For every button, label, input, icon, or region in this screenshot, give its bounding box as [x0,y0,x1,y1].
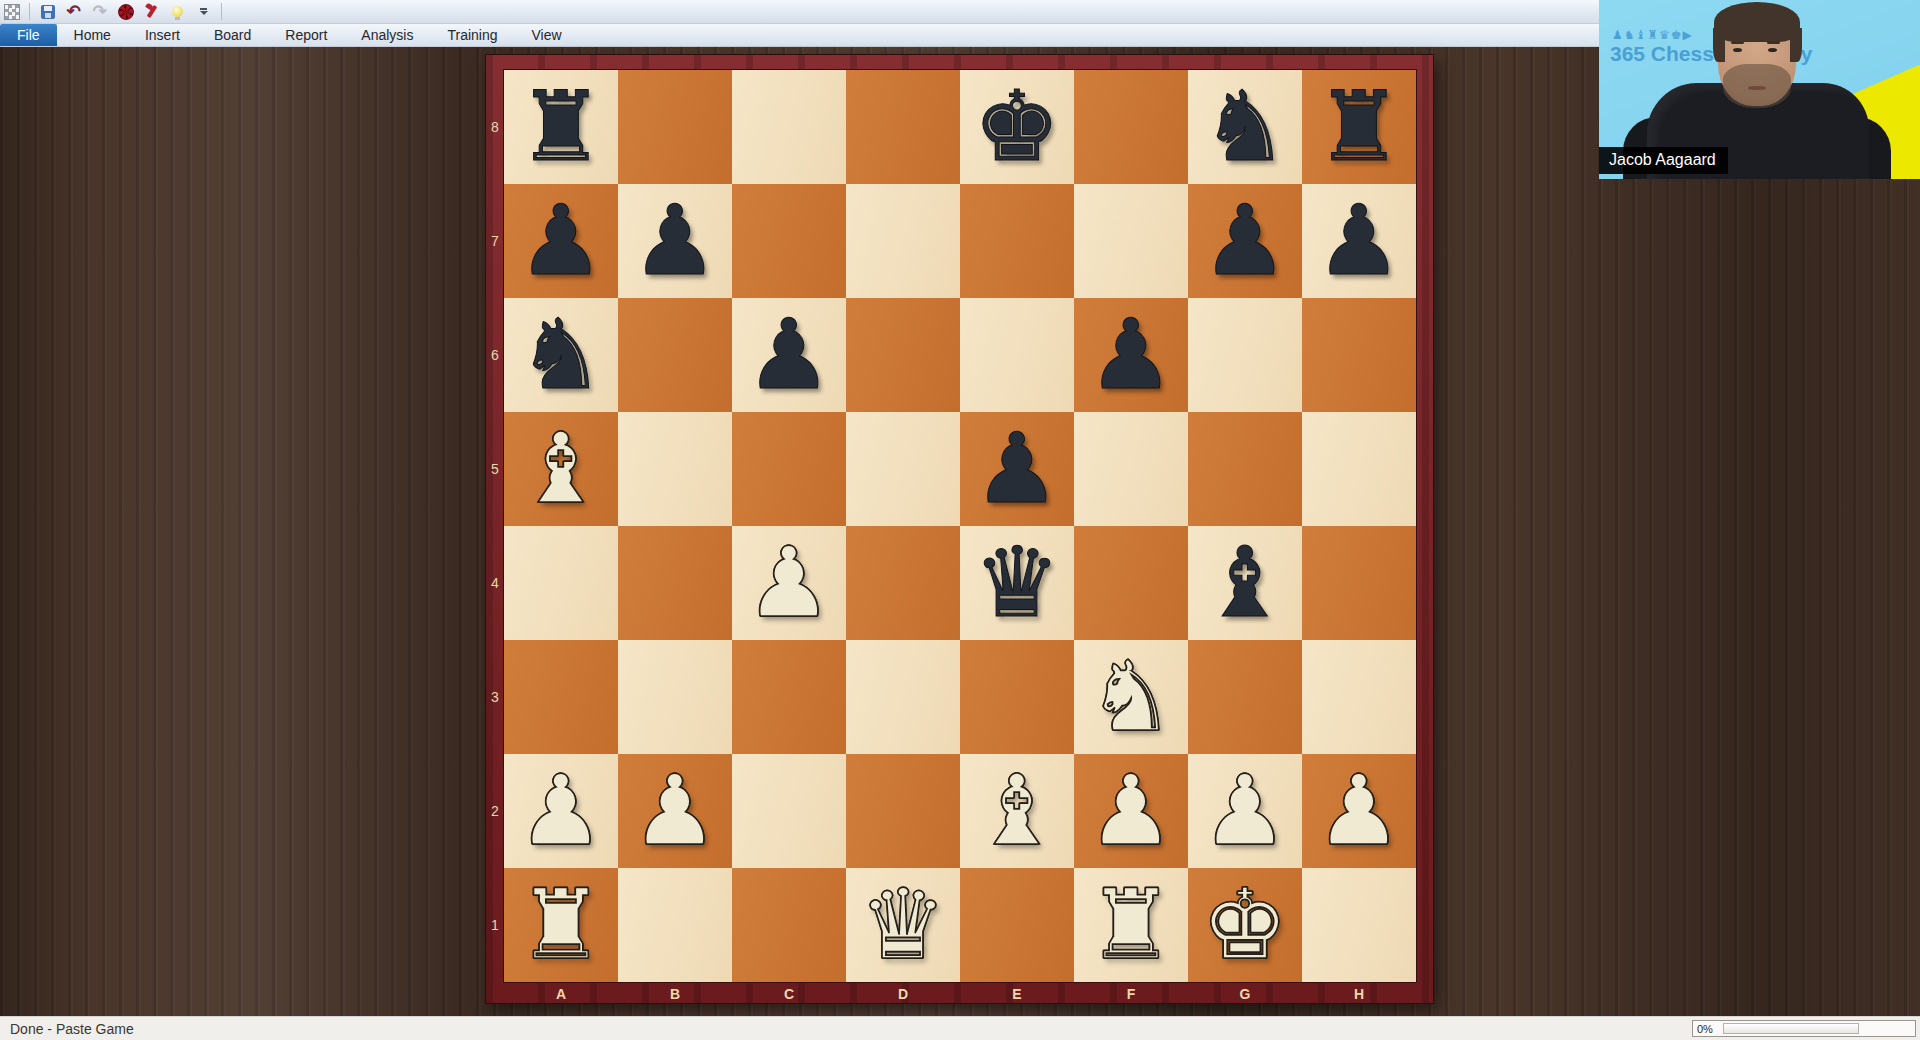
square-a4[interactable] [504,526,618,640]
square-b2[interactable]: ♟ [618,754,732,868]
square-a5[interactable]: ♝ [504,412,618,526]
piece-black-rook[interactable]: ♜ [1316,70,1403,184]
square-e3[interactable] [960,640,1074,754]
progress-bar [1723,1023,1859,1034]
square-a6[interactable]: ♞ [504,298,618,412]
hint-icon[interactable] [169,3,186,20]
square-g7[interactable]: ♟ [1188,184,1302,298]
square-f5[interactable] [1074,412,1188,526]
square-c5[interactable] [732,412,846,526]
piece-black-knight[interactable]: ♞ [518,298,605,412]
rank-label-6: 6 [486,298,504,412]
square-g3[interactable] [1188,640,1302,754]
square-e6[interactable] [960,298,1074,412]
menu-item-home[interactable]: Home [57,24,128,46]
square-c3[interactable] [732,640,846,754]
square-f7[interactable] [1074,184,1188,298]
square-e4[interactable]: ♛ [960,526,1074,640]
square-h3[interactable] [1302,640,1416,754]
square-g5[interactable] [1188,412,1302,526]
square-b4[interactable] [618,526,732,640]
square-d2[interactable] [846,754,960,868]
square-g2[interactable]: ♟ [1188,754,1302,868]
rank-label-2: 2 [486,754,504,868]
board-frame: ♜♚♞♜♟♟♟♟♞♟♟♝♟♟♛♝♞♟♟♝♟♟♟♜♛♜♚ 87654321 ABC… [486,55,1433,1003]
square-f2[interactable]: ♟ [1074,754,1188,868]
presenter-name-label: Jacob Aagaard [1599,147,1728,174]
square-b6[interactable] [618,298,732,412]
file-label-d: D [846,984,960,1003]
progress-percent-label: 0% [1697,1023,1713,1035]
square-c2[interactable] [732,754,846,868]
rank-label-8: 8 [486,70,504,184]
save-icon[interactable] [39,3,56,20]
square-h2[interactable]: ♟ [1302,754,1416,868]
file-label-c: C [732,984,846,1003]
square-c8[interactable] [732,70,846,184]
status-message: Done - Paste Game [0,1021,134,1037]
square-d8[interactable] [846,70,960,184]
piece-black-rook[interactable]: ♜ [518,70,605,184]
piece-white-queen[interactable]: ♛ [860,868,947,982]
square-d1[interactable]: ♛ [846,868,960,982]
engine-icon[interactable] [117,3,134,20]
piece-white-bishop[interactable]: ♝ [974,754,1061,868]
square-d6[interactable] [846,298,960,412]
board-window-background: ♜♚♞♜♟♟♟♟♞♟♟♝♟♟♛♝♞♟♟♝♟♟♟♜♛♜♚ 87654321 ABC… [0,47,1920,1016]
piece-black-pawn[interactable]: ♟ [1316,184,1403,298]
redo-icon: ↷ [91,3,108,20]
square-e8[interactable]: ♚ [960,70,1074,184]
square-b8[interactable] [618,70,732,184]
rank-label-7: 7 [486,184,504,298]
square-f6[interactable]: ♟ [1074,298,1188,412]
365chess-logo-icon: ♟♞♝♜♛♚▶ [1612,28,1693,42]
piece-black-king[interactable]: ♚ [974,70,1061,184]
piece-black-pawn[interactable]: ♟ [746,298,833,412]
piece-white-pawn[interactable]: ♟ [1202,754,1289,868]
menu-item-view[interactable]: View [515,24,579,46]
file-label-g: G [1188,984,1302,1003]
app-board-icon[interactable] [3,3,20,20]
square-e7[interactable] [960,184,1074,298]
piece-black-pawn[interactable]: ♟ [518,184,605,298]
square-d3[interactable] [846,640,960,754]
file-label-h: H [1302,984,1416,1003]
piece-white-rook[interactable]: ♜ [518,868,605,982]
piece-black-pawn[interactable]: ♟ [632,184,719,298]
square-c4[interactable]: ♟ [732,526,846,640]
square-b1[interactable] [618,868,732,982]
file-label-b: B [618,984,732,1003]
square-f4[interactable] [1074,526,1188,640]
square-d5[interactable] [846,412,960,526]
webcam-overlay: ♟♞♝♜♛♚▶ 365 Chess Academy Jacob Aagaard [1599,0,1920,179]
square-c6[interactable]: ♟ [732,298,846,412]
piece-black-knight[interactable]: ♞ [1202,70,1289,184]
toolbar-separator [221,3,222,20]
square-g6[interactable] [1188,298,1302,412]
square-h4[interactable] [1302,526,1416,640]
square-a7[interactable]: ♟ [504,184,618,298]
square-b7[interactable]: ♟ [618,184,732,298]
rank-label-5: 5 [486,412,504,526]
menu-item-report[interactable]: Report [268,24,344,46]
undo-icon[interactable]: ↶ [65,3,82,20]
piece-white-king[interactable]: ♚ [1202,868,1289,982]
piece-white-pawn[interactable]: ♟ [746,526,833,640]
square-f1[interactable]: ♜ [1074,868,1188,982]
piece-black-pawn[interactable]: ♟ [1088,298,1175,412]
piece-white-pawn[interactable]: ♟ [518,754,605,868]
square-d4[interactable] [846,526,960,640]
piece-black-pawn[interactable]: ♟ [1202,184,1289,298]
square-b5[interactable] [618,412,732,526]
square-a2[interactable]: ♟ [504,754,618,868]
piece-black-bishop[interactable]: ♝ [1202,526,1289,640]
square-d7[interactable] [846,184,960,298]
piece-white-knight[interactable]: ♞ [1088,640,1175,754]
square-e5[interactable]: ♟ [960,412,1074,526]
toolbar-options-icon[interactable] [195,3,212,20]
square-c7[interactable] [732,184,846,298]
file-label-e: E [960,984,1074,1003]
square-g1[interactable]: ♚ [1188,868,1302,982]
piece-white-pawn[interactable]: ♟ [1088,754,1175,868]
piece-white-pawn[interactable]: ♟ [632,754,719,868]
rank-label-4: 4 [486,526,504,640]
square-c1[interactable] [732,868,846,982]
menu-item-insert[interactable]: Insert [128,24,197,46]
square-h5[interactable] [1302,412,1416,526]
menu-item-board[interactable]: Board [197,24,268,46]
square-e2[interactable]: ♝ [960,754,1074,868]
chess-board: ♜♚♞♜♟♟♟♟♞♟♟♝♟♟♛♝♞♟♟♝♟♟♟♜♛♜♚ [504,70,1416,982]
square-g8[interactable]: ♞ [1188,70,1302,184]
status-bar: Done - Paste Game 0% [0,1016,1920,1040]
square-g4[interactable]: ♝ [1188,526,1302,640]
menu-item-analysis[interactable]: Analysis [344,24,430,46]
progress-indicator: 0% [1692,1020,1916,1037]
square-h7[interactable]: ♟ [1302,184,1416,298]
square-a1[interactable]: ♜ [504,868,618,982]
piece-black-queen[interactable]: ♛ [974,526,1061,640]
file-label-f: F [1074,984,1188,1003]
square-b3[interactable] [618,640,732,754]
piece-black-pawn[interactable]: ♟ [974,412,1061,526]
square-h1[interactable] [1302,868,1416,982]
toolbar-separator [29,3,30,20]
square-a8[interactable]: ♜ [504,70,618,184]
rank-label-1: 1 [486,868,504,982]
square-e1[interactable] [960,868,1074,982]
rank-label-3: 3 [486,640,504,754]
square-a3[interactable] [504,640,618,754]
setup-icon[interactable] [143,3,160,20]
piece-white-bishop[interactable]: ♝ [518,412,605,526]
menu-item-training[interactable]: Training [430,24,514,46]
square-f3[interactable]: ♞ [1074,640,1188,754]
piece-white-pawn[interactable]: ♟ [1316,754,1403,868]
menu-item-file[interactable]: File [0,24,57,46]
file-label-a: A [504,984,618,1003]
square-f8[interactable] [1074,70,1188,184]
piece-white-rook[interactable]: ♜ [1088,868,1175,982]
square-h6[interactable] [1302,298,1416,412]
square-h8[interactable]: ♜ [1302,70,1416,184]
